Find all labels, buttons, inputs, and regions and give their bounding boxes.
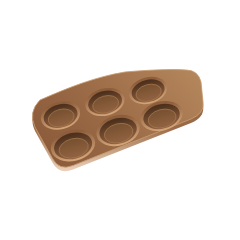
muffin-pan-illustration <box>0 0 240 240</box>
product-photo <box>0 0 240 240</box>
